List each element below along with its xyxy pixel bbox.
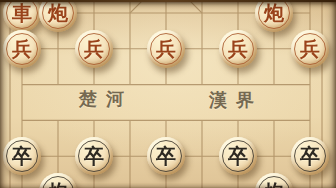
piece-red-cannon-b3[interactable]: 炮 <box>39 0 77 32</box>
piece-glyph-red-soldier-i4: 兵 <box>300 30 320 68</box>
piece-glyph-black-soldier-a7: 卒 <box>12 137 32 175</box>
piece-glyph-red-cannon-b3: 炮 <box>48 0 68 32</box>
piece-red-soldier-e4[interactable]: 兵 <box>147 30 185 68</box>
piece-glyph-red-soldier-g4: 兵 <box>228 30 248 68</box>
piece-red-soldier-c4[interactable]: 兵 <box>75 30 113 68</box>
piece-glyph-red-soldier-c4: 兵 <box>84 30 104 68</box>
piece-black-soldier-e7[interactable]: 卒 <box>147 137 185 175</box>
piece-black-soldier-c7[interactable]: 卒 <box>75 137 113 175</box>
piece-red-soldier-a4[interactable]: 兵 <box>3 30 41 68</box>
piece-glyph-black-soldier-c7: 卒 <box>84 137 104 175</box>
piece-glyph-black-cannon-h8: 炮 <box>264 173 284 188</box>
piece-glyph-black-soldier-i7: 卒 <box>300 137 320 175</box>
piece-glyph-black-soldier-e7: 卒 <box>156 137 176 175</box>
piece-glyph-black-soldier-g7: 卒 <box>228 137 248 175</box>
piece-red-soldier-i4[interactable]: 兵 <box>291 30 329 68</box>
xiangqi-board[interactable]: 楚河 漢界 車炮炮兵兵兵兵兵卒卒卒卒卒炮炮 <box>0 0 336 188</box>
piece-red-soldier-g4[interactable]: 兵 <box>219 30 257 68</box>
piece-glyph-red-cannon-h3: 炮 <box>264 0 284 32</box>
piece-glyph-red-soldier-e4: 兵 <box>156 30 176 68</box>
pieces-layer: 車炮炮兵兵兵兵兵卒卒卒卒卒炮炮 <box>0 0 336 188</box>
piece-glyph-black-cannon-b8: 炮 <box>48 173 68 188</box>
piece-black-soldier-a7[interactable]: 卒 <box>3 137 41 175</box>
piece-glyph-red-chariot-a3: 車 <box>12 0 32 32</box>
piece-red-cannon-h3[interactable]: 炮 <box>255 0 293 32</box>
piece-red-chariot-a3[interactable]: 車 <box>3 0 41 32</box>
piece-black-soldier-g7[interactable]: 卒 <box>219 137 257 175</box>
piece-black-cannon-h8[interactable]: 炮 <box>255 173 293 188</box>
piece-black-soldier-i7[interactable]: 卒 <box>291 137 329 175</box>
piece-glyph-red-soldier-a4: 兵 <box>12 30 32 68</box>
piece-black-cannon-b8[interactable]: 炮 <box>39 173 77 188</box>
